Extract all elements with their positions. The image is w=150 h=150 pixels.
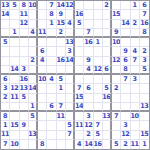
cell-r2c7[interactable]: 9	[57, 10, 66, 19]
cell-r6c9[interactable]	[75, 47, 84, 56]
cell-r16c14[interactable]: 2	[121, 140, 130, 149]
cell-r4c16[interactable]: 8	[140, 29, 149, 38]
cell-r2c13[interactable]: 15	[112, 10, 121, 19]
cell-r15c1[interactable]: 11	[1, 131, 10, 140]
cell-r10c10[interactable]: 6	[84, 84, 93, 93]
cell-r10c8[interactable]	[66, 84, 75, 93]
cell-r11c5[interactable]	[38, 94, 47, 103]
cell-r5c16[interactable]	[140, 38, 149, 47]
cell-r8c9[interactable]	[75, 66, 84, 75]
cell-r12c13[interactable]	[112, 103, 121, 112]
cell-r16c16[interactable]: 1	[140, 140, 149, 149]
cell-r3c15[interactable]: 2	[131, 20, 140, 29]
cell-r14c3[interactable]: 9	[20, 121, 29, 130]
cell-r13c2[interactable]	[10, 112, 19, 121]
cell-r1c14[interactable]	[121, 1, 130, 10]
cell-r8c16[interactable]: 5	[140, 66, 149, 75]
cell-r9c1[interactable]: 6	[1, 75, 10, 84]
cell-r5c3[interactable]	[20, 38, 29, 47]
cell-r3c11[interactable]	[94, 20, 103, 29]
cell-r16c5[interactable]: 8	[38, 140, 47, 149]
cell-r3c8[interactable]: 4	[66, 20, 75, 29]
cell-r6c5[interactable]: 6	[38, 47, 47, 56]
cell-r7c15[interactable]: 7	[131, 57, 140, 66]
cell-r12c4[interactable]: 1	[29, 103, 38, 112]
cell-r7c9[interactable]	[75, 57, 84, 66]
cell-r4c6[interactable]	[47, 29, 56, 38]
cell-r3c5[interactable]	[38, 20, 47, 29]
cell-r4c15[interactable]	[131, 29, 140, 38]
cell-r5c13[interactable]: 10	[112, 38, 121, 47]
cell-r12c12[interactable]	[103, 103, 112, 112]
cell-r12c3[interactable]	[20, 103, 29, 112]
cell-r8c10[interactable]: 4	[84, 66, 93, 75]
cell-r5c10[interactable]: 16	[84, 38, 93, 47]
cell-r15c3[interactable]	[20, 131, 29, 140]
cell-r8c15[interactable]	[131, 66, 140, 75]
cell-r5c11[interactable]: 1	[94, 38, 103, 47]
cell-r15c15[interactable]	[131, 131, 140, 140]
cell-r9c5[interactable]: 10	[38, 75, 47, 84]
cell-r3c7[interactable]: 15	[57, 20, 66, 29]
cell-r2c6[interactable]: 8	[47, 10, 56, 19]
cell-r1c9[interactable]	[75, 1, 84, 10]
cell-r14c14[interactable]: 3	[121, 121, 130, 130]
cell-r2c5[interactable]	[38, 10, 47, 19]
cell-r6c12[interactable]	[103, 47, 112, 56]
cell-r14c9[interactable]: 11	[75, 121, 84, 130]
cell-r10c13[interactable]: 2	[112, 84, 121, 93]
cell-r12c10[interactable]	[84, 103, 93, 112]
cell-r1c4[interactable]: 10	[29, 1, 38, 10]
cell-r14c1[interactable]: 1	[1, 121, 10, 130]
cell-r16c3[interactable]	[20, 140, 29, 149]
cell-r6c3[interactable]	[20, 47, 29, 56]
cell-r11c11[interactable]	[94, 94, 103, 103]
cell-r11c9[interactable]: 15	[75, 94, 84, 103]
cell-r1c5[interactable]	[38, 1, 47, 10]
cell-r6c16[interactable]: 2	[140, 47, 149, 56]
cell-r5c6[interactable]	[47, 38, 56, 47]
cell-r10c7[interactable]: 1	[57, 84, 66, 93]
cell-r13c12[interactable]: 13	[103, 112, 112, 121]
cell-r5c7[interactable]	[57, 38, 66, 47]
cell-r12c14[interactable]	[121, 103, 130, 112]
cell-r5c15[interactable]	[131, 38, 140, 47]
cell-r10c12[interactable]: 5	[103, 84, 112, 93]
cell-r5c1[interactable]: 5	[1, 38, 10, 47]
cell-r4c13[interactable]: 9	[112, 29, 121, 38]
cell-r11c16[interactable]	[140, 94, 149, 103]
cell-r5c14[interactable]	[121, 38, 130, 47]
cell-r2c1[interactable]: 14	[1, 10, 10, 19]
cell-r14c2[interactable]: 15	[10, 121, 19, 130]
cell-r13c7[interactable]: 11	[57, 112, 66, 121]
cell-r14c4[interactable]	[29, 121, 38, 130]
cell-r16c11[interactable]: 16	[94, 140, 103, 149]
cell-r8c3[interactable]: 3	[20, 66, 29, 75]
cell-r8c1[interactable]	[1, 66, 10, 75]
cell-r8c2[interactable]: 14	[10, 66, 19, 75]
cell-r14c5[interactable]	[38, 121, 47, 130]
cell-r8c12[interactable]: 6	[103, 66, 112, 75]
cell-r1c15[interactable]: 1	[131, 1, 140, 10]
cell-r7c12[interactable]	[103, 57, 112, 66]
cell-r15c5[interactable]	[38, 131, 47, 140]
cell-r12c1[interactable]	[1, 103, 10, 112]
cell-r9c16[interactable]	[140, 75, 149, 84]
cell-r10c15[interactable]	[131, 84, 140, 93]
cell-r7c10[interactable]: 9	[84, 57, 93, 66]
cell-r1c11[interactable]	[94, 1, 103, 10]
cell-r10c16[interactable]	[140, 84, 149, 93]
cell-r16c2[interactable]: 10	[10, 140, 19, 149]
cell-r15c7[interactable]	[57, 131, 66, 140]
cell-r6c6[interactable]	[47, 47, 56, 56]
cell-r1c12[interactable]: 2	[103, 1, 112, 10]
cell-r16c13[interactable]: 5	[112, 140, 121, 149]
cell-r7c3[interactable]	[20, 57, 29, 66]
cell-r16c12[interactable]	[103, 140, 112, 149]
cell-r10c9[interactable]: 7	[75, 84, 84, 93]
cell-r9c15[interactable]: 3	[131, 75, 140, 84]
cell-r5c9[interactable]	[75, 38, 84, 47]
cell-r16c6[interactable]	[47, 140, 56, 149]
cell-r11c15[interactable]	[131, 94, 140, 103]
cell-r11c2[interactable]: 11	[10, 94, 19, 103]
cell-r4c5[interactable]: 11	[38, 29, 47, 38]
cell-r9c14[interactable]: 7	[121, 75, 130, 84]
cell-r14c7[interactable]	[57, 121, 66, 130]
cell-r15c11[interactable]: 5	[94, 131, 103, 140]
cell-r13c9[interactable]	[75, 112, 84, 121]
cell-r13c4[interactable]: 5	[29, 112, 38, 121]
cell-r14c11[interactable]: 7	[94, 121, 103, 130]
cell-r12c9[interactable]: 14	[75, 103, 84, 112]
cell-r6c7[interactable]	[57, 47, 66, 56]
cell-r9c7[interactable]: 5	[57, 75, 66, 84]
cell-r8c7[interactable]	[57, 66, 66, 75]
cell-r14c16[interactable]	[140, 121, 149, 130]
cell-r13c16[interactable]	[140, 112, 149, 121]
cell-r16c10[interactable]: 14	[84, 140, 93, 149]
cell-r3c16[interactable]: 16	[140, 20, 149, 29]
cell-r12c6[interactable]: 6	[47, 103, 56, 112]
cell-r3c3[interactable]: 12	[20, 20, 29, 29]
cell-r5c5[interactable]	[38, 38, 47, 47]
cell-r2c10[interactable]	[84, 10, 93, 19]
cell-r16c4[interactable]	[29, 140, 38, 149]
cell-r13c11[interactable]	[94, 112, 103, 121]
cell-r16c9[interactable]: 4	[75, 140, 84, 149]
cell-r14c15[interactable]	[131, 121, 140, 130]
cell-r13c13[interactable]: 7	[112, 112, 121, 121]
cell-r11c4[interactable]	[29, 94, 38, 103]
cell-r6c10[interactable]	[84, 47, 93, 56]
cell-r1c8[interactable]: 12	[66, 1, 75, 10]
cell-r15c2[interactable]	[10, 131, 19, 140]
cell-r8c14[interactable]: 8	[121, 66, 130, 75]
cell-r9c6[interactable]: 4	[47, 75, 56, 84]
cell-r4c12[interactable]	[103, 29, 112, 38]
cell-r1c10[interactable]	[84, 1, 93, 10]
cell-r9c12[interactable]	[103, 75, 112, 84]
cell-r12c5[interactable]	[38, 103, 47, 112]
cell-r1c7[interactable]: 14	[57, 1, 66, 10]
cell-r7c16[interactable]: 3	[140, 57, 149, 66]
cell-r1c16[interactable]: 6	[140, 1, 149, 10]
cell-r7c7[interactable]: 16	[57, 57, 66, 66]
cell-r16c15[interactable]: 11	[131, 140, 140, 149]
cell-r9c13[interactable]	[112, 75, 121, 84]
cell-r7c2[interactable]	[10, 57, 19, 66]
cell-r2c8[interactable]	[66, 10, 75, 19]
cell-r14c6[interactable]	[47, 121, 56, 130]
cell-r9c11[interactable]	[94, 75, 103, 84]
cell-r6c11[interactable]	[94, 47, 103, 56]
cell-r6c8[interactable]: 3	[66, 47, 75, 56]
cell-r14c12[interactable]	[103, 121, 112, 130]
cell-r7c4[interactable]: 2	[29, 57, 38, 66]
cell-r15c4[interactable]: 13	[29, 131, 38, 140]
cell-r13c6[interactable]	[47, 112, 56, 121]
cell-r16c7[interactable]	[57, 140, 66, 149]
cell-r1c3[interactable]: 8	[20, 1, 29, 10]
cell-r10c3[interactable]: 13	[20, 84, 29, 93]
cell-r10c4[interactable]: 14	[29, 84, 38, 93]
cell-r6c13[interactable]	[112, 47, 121, 56]
cell-r14c10[interactable]: 12	[84, 121, 93, 130]
cell-r10c6[interactable]	[47, 84, 56, 93]
cell-r12c7[interactable]: 7	[57, 103, 66, 112]
cell-r15c9[interactable]	[75, 131, 84, 140]
cell-r8c13[interactable]	[112, 66, 121, 75]
cell-r12c2[interactable]	[10, 103, 19, 112]
cell-r15c10[interactable]: 2	[84, 131, 93, 140]
cell-r11c12[interactable]: 16	[103, 94, 112, 103]
cell-r4c3[interactable]	[20, 29, 29, 38]
cell-r4c1[interactable]	[1, 29, 10, 38]
cell-r11c3[interactable]: 5	[20, 94, 29, 103]
cell-r14c8[interactable]: 5	[66, 121, 75, 130]
cell-r15c14[interactable]: 12	[121, 131, 130, 140]
cell-r7c6[interactable]	[47, 57, 56, 66]
cell-r4c7[interactable]: 2	[57, 29, 66, 38]
cell-r3c6[interactable]: 1	[47, 20, 56, 29]
cell-r12c11[interactable]	[94, 103, 103, 112]
cell-r9c10[interactable]	[84, 75, 93, 84]
cell-r15c13[interactable]	[112, 131, 121, 140]
sudoku-board: 1358107141221614118916157121154514216141…	[0, 0, 150, 150]
cell-r7c14[interactable]: 6	[121, 57, 130, 66]
cell-r15c6[interactable]	[47, 131, 56, 140]
cell-r4c2[interactable]: 1	[10, 29, 19, 38]
cell-r4c4[interactable]: 4	[29, 29, 38, 38]
cell-r2c4[interactable]	[29, 10, 38, 19]
cell-r15c16[interactable]: 15	[140, 131, 149, 140]
cell-r4c8[interactable]	[66, 29, 75, 38]
cell-r16c1[interactable]: 7	[1, 140, 10, 149]
cell-r2c3[interactable]: 11	[20, 10, 29, 19]
cell-r14c13[interactable]	[112, 121, 121, 130]
cell-r6c15[interactable]: 4	[131, 47, 140, 56]
cell-r11c7[interactable]	[57, 94, 66, 103]
cell-r8c4[interactable]	[29, 66, 38, 75]
cell-r3c9[interactable]: 5	[75, 20, 84, 29]
cell-r4c9[interactable]	[75, 29, 84, 38]
cell-r5c4[interactable]	[29, 38, 38, 47]
cell-r10c11[interactable]	[94, 84, 103, 93]
cell-r3c13[interactable]	[112, 20, 121, 29]
cell-r13c5[interactable]	[38, 112, 47, 121]
cell-r3c10[interactable]	[84, 20, 93, 29]
cell-r3c14[interactable]: 14	[121, 20, 130, 29]
cell-r2c15[interactable]	[131, 10, 140, 19]
cell-r7c5[interactable]: 4	[38, 57, 47, 66]
cell-r2c9[interactable]: 16	[75, 10, 84, 19]
cell-r8c8[interactable]	[66, 66, 75, 75]
cell-r16c8[interactable]	[66, 140, 75, 149]
cell-r6c4[interactable]	[29, 47, 38, 56]
cell-r1c6[interactable]: 7	[47, 1, 56, 10]
cell-r9c4[interactable]	[29, 75, 38, 84]
cell-r9c2[interactable]	[10, 75, 19, 84]
cell-r9c3[interactable]: 16	[20, 75, 29, 84]
cell-r2c12[interactable]	[103, 10, 112, 19]
cell-r1c2[interactable]: 5	[10, 1, 19, 10]
cell-r11c13[interactable]	[112, 94, 121, 103]
cell-r11c8[interactable]	[66, 94, 75, 103]
cell-r12c8[interactable]	[66, 103, 75, 112]
cell-r5c8[interactable]: 13	[66, 38, 75, 47]
cell-r8c6[interactable]	[47, 66, 56, 75]
cell-r1c13[interactable]	[112, 1, 121, 10]
cell-r5c2[interactable]	[10, 38, 19, 47]
cell-r11c10[interactable]	[84, 94, 93, 103]
cell-r15c12[interactable]	[103, 131, 112, 140]
cell-r13c14[interactable]	[121, 112, 130, 121]
cell-r10c5[interactable]	[38, 84, 47, 93]
cell-r10c1[interactable]: 3	[1, 84, 10, 93]
cell-r13c3[interactable]	[20, 112, 29, 121]
cell-r12c16[interactable]: 13	[140, 103, 149, 112]
cell-r4c10[interactable]: 7	[84, 29, 93, 38]
cell-r7c13[interactable]: 12	[112, 57, 121, 66]
cell-r5c12[interactable]	[103, 38, 112, 47]
cell-r10c14[interactable]	[121, 84, 130, 93]
cell-r3c2[interactable]	[10, 20, 19, 29]
cell-r10c2[interactable]: 12	[10, 84, 19, 93]
cell-r12c15[interactable]	[131, 103, 140, 112]
cell-r2c14[interactable]	[121, 10, 130, 19]
cell-r3c4[interactable]	[29, 20, 38, 29]
cell-r4c11[interactable]	[94, 29, 103, 38]
cell-r7c11[interactable]	[94, 57, 103, 66]
cell-r13c10[interactable]: 3	[84, 112, 93, 121]
cell-r13c15[interactable]: 10	[131, 112, 140, 121]
cell-r2c16[interactable]: 7	[140, 10, 149, 19]
cell-r11c14[interactable]	[121, 94, 130, 103]
cell-r11c1[interactable]: 2	[1, 94, 10, 103]
cell-r6c2[interactable]	[10, 47, 19, 56]
cell-r13c1[interactable]: 8	[1, 112, 10, 121]
cell-r8c5[interactable]	[38, 66, 47, 75]
cell-r8c11[interactable]: 12	[94, 66, 103, 75]
cell-r13c8[interactable]	[66, 112, 75, 121]
cell-r15c8[interactable]: 7	[66, 131, 75, 140]
cell-r6c1[interactable]	[1, 47, 10, 56]
cell-r1c1[interactable]: 13	[1, 1, 10, 10]
cell-r9c8[interactable]	[66, 75, 75, 84]
cell-r3c1[interactable]	[1, 20, 10, 29]
cell-r11c6[interactable]	[47, 94, 56, 103]
cell-r7c1[interactable]	[1, 57, 10, 66]
cell-r2c11[interactable]	[94, 10, 103, 19]
cell-r6c14[interactable]: 9	[121, 47, 130, 56]
cell-r2c2[interactable]	[10, 10, 19, 19]
cell-r3c12[interactable]	[103, 20, 112, 29]
cell-r9c9[interactable]	[75, 75, 84, 84]
cell-r7c8[interactable]: 14	[66, 57, 75, 66]
cell-r4c14[interactable]	[121, 29, 130, 38]
